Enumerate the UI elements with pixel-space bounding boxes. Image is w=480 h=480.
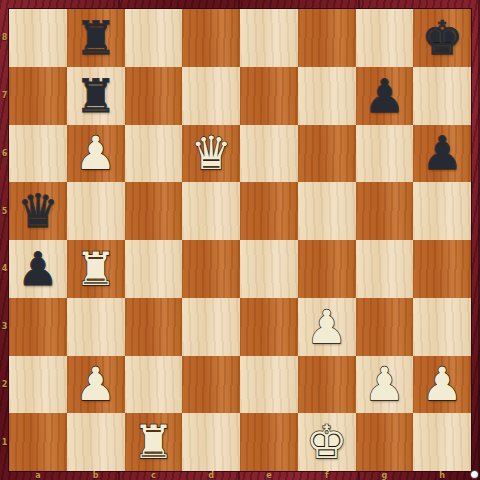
square-c3[interactable] bbox=[125, 298, 183, 356]
square-e3[interactable] bbox=[240, 298, 298, 356]
square-b8[interactable]: ♜︎ bbox=[67, 9, 125, 67]
black-pawn[interactable]: ♟︎ bbox=[422, 130, 463, 176]
chess-board-frame: ♜︎♚︎♜︎♟︎♟︎♛︎♟︎♛︎♟︎♜︎♟︎♟︎♟︎♟︎♜︎♚︎ 8765432… bbox=[0, 0, 480, 480]
rank-labels: 87654321 bbox=[0, 9, 9, 471]
square-e6[interactable] bbox=[240, 125, 298, 183]
black-king[interactable]: ♚︎ bbox=[422, 15, 463, 61]
white-pawn[interactable]: ♟︎ bbox=[364, 361, 405, 407]
black-rook[interactable]: ♜︎ bbox=[75, 15, 116, 61]
square-f3[interactable]: ♟︎ bbox=[298, 298, 356, 356]
square-g7[interactable]: ♟︎ bbox=[356, 67, 414, 125]
square-d1[interactable] bbox=[182, 413, 240, 471]
rank-label-2: 2 bbox=[0, 356, 9, 414]
rank-label-4: 4 bbox=[0, 240, 9, 298]
white-pawn[interactable]: ♟︎ bbox=[75, 130, 116, 176]
square-h5[interactable] bbox=[413, 182, 471, 240]
square-e4[interactable] bbox=[240, 240, 298, 298]
square-a5[interactable]: ♛︎ bbox=[9, 182, 67, 240]
black-queen[interactable]: ♛︎ bbox=[17, 188, 58, 234]
square-h6[interactable]: ♟︎ bbox=[413, 125, 471, 183]
square-a6[interactable] bbox=[9, 125, 67, 183]
square-a2[interactable] bbox=[9, 356, 67, 414]
square-h1[interactable] bbox=[413, 413, 471, 471]
square-a7[interactable] bbox=[9, 67, 67, 125]
square-d3[interactable] bbox=[182, 298, 240, 356]
white-pawn[interactable]: ♟︎ bbox=[422, 361, 463, 407]
square-c4[interactable] bbox=[125, 240, 183, 298]
black-rook[interactable]: ♜︎ bbox=[75, 73, 116, 119]
square-b3[interactable] bbox=[67, 298, 125, 356]
square-e1[interactable] bbox=[240, 413, 298, 471]
file-label-a: a bbox=[9, 471, 67, 480]
square-b7[interactable]: ♜︎ bbox=[67, 67, 125, 125]
square-f1[interactable]: ♚︎ bbox=[298, 413, 356, 471]
square-f8[interactable] bbox=[298, 9, 356, 67]
square-g8[interactable] bbox=[356, 9, 414, 67]
square-g1[interactable] bbox=[356, 413, 414, 471]
square-d8[interactable] bbox=[182, 9, 240, 67]
square-c6[interactable] bbox=[125, 125, 183, 183]
square-a3[interactable] bbox=[9, 298, 67, 356]
square-b2[interactable]: ♟︎ bbox=[67, 356, 125, 414]
square-b5[interactable] bbox=[67, 182, 125, 240]
rank-label-7: 7 bbox=[0, 67, 9, 125]
file-label-h: h bbox=[413, 471, 471, 480]
file-label-e: e bbox=[240, 471, 298, 480]
square-f6[interactable] bbox=[298, 125, 356, 183]
black-pawn[interactable]: ♟︎ bbox=[17, 246, 58, 292]
square-b6[interactable]: ♟︎ bbox=[67, 125, 125, 183]
square-g4[interactable] bbox=[356, 240, 414, 298]
square-a1[interactable] bbox=[9, 413, 67, 471]
square-g2[interactable]: ♟︎ bbox=[356, 356, 414, 414]
file-label-c: c bbox=[125, 471, 183, 480]
rank-label-1: 1 bbox=[0, 413, 9, 471]
square-b4[interactable]: ♜︎ bbox=[67, 240, 125, 298]
square-d2[interactable] bbox=[182, 356, 240, 414]
side-to-move-indicator bbox=[471, 471, 478, 478]
square-f4[interactable] bbox=[298, 240, 356, 298]
square-h4[interactable] bbox=[413, 240, 471, 298]
white-queen[interactable]: ♛︎ bbox=[191, 130, 232, 176]
rank-label-6: 6 bbox=[0, 125, 9, 183]
white-pawn[interactable]: ♟︎ bbox=[306, 304, 347, 350]
square-a4[interactable]: ♟︎ bbox=[9, 240, 67, 298]
white-pawn[interactable]: ♟︎ bbox=[75, 361, 116, 407]
square-e8[interactable] bbox=[240, 9, 298, 67]
square-g5[interactable] bbox=[356, 182, 414, 240]
square-e5[interactable] bbox=[240, 182, 298, 240]
square-h3[interactable] bbox=[413, 298, 471, 356]
square-e7[interactable] bbox=[240, 67, 298, 125]
black-pawn[interactable]: ♟︎ bbox=[364, 73, 405, 119]
file-labels: abcdefgh bbox=[9, 471, 471, 480]
square-h8[interactable]: ♚︎ bbox=[413, 9, 471, 67]
square-c8[interactable] bbox=[125, 9, 183, 67]
square-d6[interactable]: ♛︎ bbox=[182, 125, 240, 183]
square-d7[interactable] bbox=[182, 67, 240, 125]
square-c7[interactable] bbox=[125, 67, 183, 125]
square-b1[interactable] bbox=[67, 413, 125, 471]
square-d4[interactable] bbox=[182, 240, 240, 298]
rank-label-8: 8 bbox=[0, 9, 9, 67]
square-f7[interactable] bbox=[298, 67, 356, 125]
white-king[interactable]: ♚︎ bbox=[306, 419, 347, 465]
square-f5[interactable] bbox=[298, 182, 356, 240]
square-c5[interactable] bbox=[125, 182, 183, 240]
square-c2[interactable] bbox=[125, 356, 183, 414]
square-g6[interactable] bbox=[356, 125, 414, 183]
square-f2[interactable] bbox=[298, 356, 356, 414]
square-c1[interactable]: ♜︎ bbox=[125, 413, 183, 471]
file-label-f: f bbox=[298, 471, 356, 480]
square-h7[interactable] bbox=[413, 67, 471, 125]
file-label-d: d bbox=[182, 471, 240, 480]
white-rook[interactable]: ♜︎ bbox=[133, 419, 174, 465]
rank-label-5: 5 bbox=[0, 182, 9, 240]
white-rook[interactable]: ♜︎ bbox=[75, 246, 116, 292]
square-a8[interactable] bbox=[9, 9, 67, 67]
square-h2[interactable]: ♟︎ bbox=[413, 356, 471, 414]
chess-board: ♜︎♚︎♜︎♟︎♟︎♛︎♟︎♛︎♟︎♜︎♟︎♟︎♟︎♟︎♜︎♚︎ bbox=[9, 9, 471, 471]
rank-label-3: 3 bbox=[0, 298, 9, 356]
square-e2[interactable] bbox=[240, 356, 298, 414]
square-d5[interactable] bbox=[182, 182, 240, 240]
file-label-b: b bbox=[67, 471, 125, 480]
square-g3[interactable] bbox=[356, 298, 414, 356]
file-label-g: g bbox=[356, 471, 414, 480]
